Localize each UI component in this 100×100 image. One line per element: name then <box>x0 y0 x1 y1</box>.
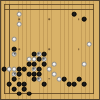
star-point <box>18 18 20 20</box>
star-point <box>18 78 20 80</box>
white-stone <box>12 52 17 57</box>
dead-stone-marker <box>13 73 15 75</box>
black-stone <box>42 82 47 87</box>
star-point <box>78 48 80 50</box>
dead-stone-marker <box>13 53 15 55</box>
dead-stone-marker <box>33 68 35 70</box>
black-stone <box>72 82 77 87</box>
white-stone <box>86 42 91 47</box>
star-point <box>48 78 50 80</box>
black-stone <box>17 72 22 77</box>
black-stone <box>22 67 27 72</box>
white-stone <box>82 62 87 67</box>
black-stone <box>12 86 17 91</box>
black-stone <box>27 91 32 96</box>
star-point <box>48 18 50 20</box>
black-stone <box>12 77 17 82</box>
black-stone <box>37 57 42 62</box>
black-stone <box>77 77 82 82</box>
go-board[interactable] <box>1 1 99 99</box>
black-stone <box>22 86 27 91</box>
black-stone <box>62 77 67 82</box>
white-stone <box>12 37 17 42</box>
dead-stone-marker <box>38 78 40 80</box>
black-stone <box>72 12 77 17</box>
black-stone <box>42 62 47 67</box>
white-stone <box>52 62 57 67</box>
dead-stone-marker <box>43 58 45 60</box>
star-point <box>48 48 50 50</box>
white-stone <box>17 12 22 17</box>
white-stone <box>37 77 42 82</box>
black-stone <box>7 82 12 87</box>
black-stone <box>82 82 87 87</box>
star-point <box>18 48 20 50</box>
black-stone <box>82 17 87 22</box>
black-stone <box>17 91 22 96</box>
white-stone <box>47 67 52 72</box>
black-stone <box>32 62 37 67</box>
white-stone <box>17 22 22 27</box>
white-stone <box>52 72 57 77</box>
dead-stone-marker <box>38 53 40 55</box>
star-point <box>78 18 80 20</box>
